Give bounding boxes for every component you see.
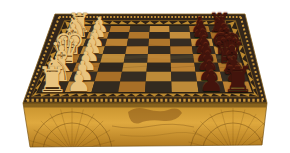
square-h6[interactable] xyxy=(170,26,190,32)
square-e4[interactable] xyxy=(125,46,148,54)
piece-black-pawn-a7[interactable]: ♟ xyxy=(199,67,224,95)
square-b5[interactable] xyxy=(146,72,172,82)
square-g4[interactable] xyxy=(128,32,149,39)
square-a3[interactable] xyxy=(92,82,121,92)
square-a4[interactable] xyxy=(118,82,146,92)
piece-white-pawn-a2[interactable]: ♟ xyxy=(66,67,91,95)
piece-white-rook-a1[interactable]: ♜ xyxy=(36,61,68,97)
square-e6[interactable] xyxy=(170,46,193,54)
square-h5[interactable] xyxy=(150,26,170,32)
square-a5[interactable] xyxy=(145,82,172,92)
square-h4[interactable] xyxy=(129,26,150,32)
square-b3[interactable] xyxy=(95,72,122,82)
square-g5[interactable] xyxy=(149,32,170,39)
piece-black-rook-a8[interactable]: ♜ xyxy=(222,61,254,97)
square-b4[interactable] xyxy=(120,72,146,82)
square-e3[interactable] xyxy=(103,46,127,54)
square-e5[interactable] xyxy=(148,46,171,54)
square-g6[interactable] xyxy=(170,32,191,39)
face-top-shadow xyxy=(23,103,267,108)
square-a6[interactable] xyxy=(171,82,198,92)
square-b6[interactable] xyxy=(171,72,197,82)
square-g3[interactable] xyxy=(107,32,129,39)
square-h3[interactable] xyxy=(109,26,130,32)
chess-set-photo: ♜♟♟♜♞♟♟♞♝♟♟♝♚♟♟♚♛♟♟♛♝♟♟♝♞♟♟♞♜♟♟♜ xyxy=(0,0,290,153)
